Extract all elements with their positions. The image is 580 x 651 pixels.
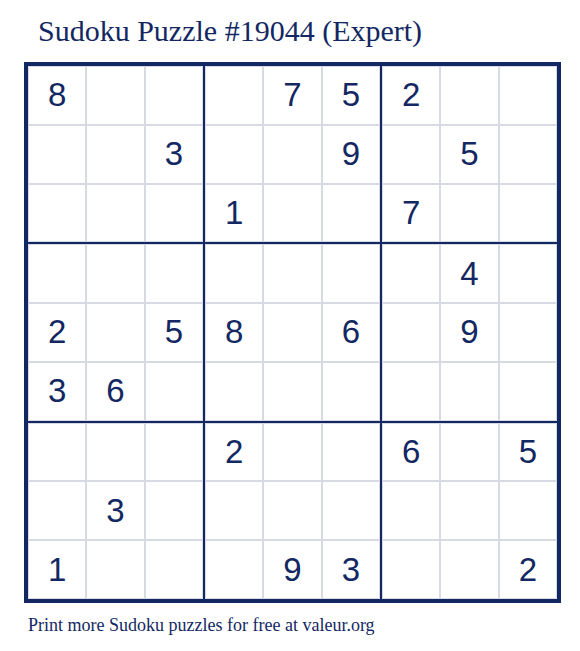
cell-r2c9[interactable]: [499, 125, 557, 184]
cell-r6c1[interactable]: 3: [28, 362, 86, 421]
cell-r2c4[interactable]: [205, 125, 263, 184]
page: Sudoku Puzzle #19044 (Expert) 8375912572…: [0, 0, 580, 651]
cell-r5c4[interactable]: 8: [205, 303, 263, 362]
cell-r3c2[interactable]: [86, 184, 144, 243]
cell-r7c5[interactable]: [263, 423, 321, 482]
cell-r4c5[interactable]: [263, 244, 321, 303]
cell-r6c3[interactable]: [145, 362, 203, 421]
cell-r8c4[interactable]: [205, 481, 263, 540]
cell-r9c2[interactable]: [86, 540, 144, 599]
box-3-3: 652: [381, 422, 558, 600]
cell-r3c7[interactable]: 7: [382, 184, 440, 243]
cell-r8c7[interactable]: [382, 481, 440, 540]
cell-r7c1[interactable]: [28, 423, 86, 482]
box-3-2: 293: [204, 422, 381, 600]
cell-r8c9[interactable]: [499, 481, 557, 540]
cell-r1c9[interactable]: [499, 66, 557, 125]
cell-r1c3[interactable]: [145, 66, 203, 125]
cell-r4c9[interactable]: [499, 244, 557, 303]
cell-r9c6[interactable]: 3: [322, 540, 380, 599]
cell-r2c2[interactable]: [86, 125, 144, 184]
cell-r3c8[interactable]: [440, 184, 498, 243]
cell-r5c9[interactable]: [499, 303, 557, 362]
cell-r4c4[interactable]: [205, 244, 263, 303]
cell-r4c8[interactable]: 4: [440, 244, 498, 303]
cell-r5c5[interactable]: [263, 303, 321, 362]
cell-r8c8[interactable]: [440, 481, 498, 540]
cell-r9c8[interactable]: [440, 540, 498, 599]
cell-r6c9[interactable]: [499, 362, 557, 421]
cell-r8c2[interactable]: 3: [86, 481, 144, 540]
cell-r1c5[interactable]: 7: [263, 66, 321, 125]
cell-r7c2[interactable]: [86, 423, 144, 482]
cell-r3c9[interactable]: [499, 184, 557, 243]
cell-r9c3[interactable]: [145, 540, 203, 599]
cell-r2c8[interactable]: 5: [440, 125, 498, 184]
cell-r4c3[interactable]: [145, 244, 203, 303]
cell-r9c4[interactable]: [205, 540, 263, 599]
cell-r9c5[interactable]: 9: [263, 540, 321, 599]
cell-r4c1[interactable]: [28, 244, 86, 303]
cell-r1c7[interactable]: 2: [382, 66, 440, 125]
box-2-1: 2536: [27, 243, 204, 421]
cell-r3c3[interactable]: [145, 184, 203, 243]
cell-r8c5[interactable]: [263, 481, 321, 540]
cell-r6c7[interactable]: [382, 362, 440, 421]
page-title: Sudoku Puzzle #19044 (Expert): [38, 14, 422, 48]
cell-r2c6[interactable]: 9: [322, 125, 380, 184]
cell-r1c4[interactable]: [205, 66, 263, 125]
cell-r4c7[interactable]: [382, 244, 440, 303]
cell-r7c8[interactable]: [440, 423, 498, 482]
box-1-3: 257: [381, 65, 558, 243]
cell-r7c7[interactable]: 6: [382, 423, 440, 482]
cell-r7c4[interactable]: 2: [205, 423, 263, 482]
cell-r6c8[interactable]: [440, 362, 498, 421]
box-2-3: 49: [381, 243, 558, 421]
cell-r5c3[interactable]: 5: [145, 303, 203, 362]
cell-r8c3[interactable]: [145, 481, 203, 540]
box-1-2: 7591: [204, 65, 381, 243]
cell-r6c6[interactable]: [322, 362, 380, 421]
cell-r6c5[interactable]: [263, 362, 321, 421]
box-3-1: 31: [27, 422, 204, 600]
cell-r7c6[interactable]: [322, 423, 380, 482]
cell-r7c3[interactable]: [145, 423, 203, 482]
cell-r8c1[interactable]: [28, 481, 86, 540]
cell-r5c1[interactable]: 2: [28, 303, 86, 362]
cell-r9c1[interactable]: 1: [28, 540, 86, 599]
cell-r6c4[interactable]: [205, 362, 263, 421]
cell-r5c6[interactable]: 6: [322, 303, 380, 362]
cell-r6c2[interactable]: 6: [86, 362, 144, 421]
cell-r9c9[interactable]: 2: [499, 540, 557, 599]
cell-r4c6[interactable]: [322, 244, 380, 303]
cell-r7c9[interactable]: 5: [499, 423, 557, 482]
cell-r3c6[interactable]: [322, 184, 380, 243]
cell-r2c3[interactable]: 3: [145, 125, 203, 184]
box-2-2: 86: [204, 243, 381, 421]
cell-r2c7[interactable]: [382, 125, 440, 184]
cell-r5c7[interactable]: [382, 303, 440, 362]
cell-r8c6[interactable]: [322, 481, 380, 540]
cell-r2c5[interactable]: [263, 125, 321, 184]
box-1-1: 83: [27, 65, 204, 243]
sudoku-grid: 8375912572536864931293652: [24, 62, 561, 603]
footer-text: Print more Sudoku puzzles for free at va…: [28, 614, 375, 636]
cell-r3c1[interactable]: [28, 184, 86, 243]
cell-r3c5[interactable]: [263, 184, 321, 243]
cell-r1c6[interactable]: 5: [322, 66, 380, 125]
cell-r2c1[interactable]: [28, 125, 86, 184]
cell-r1c2[interactable]: [86, 66, 144, 125]
cell-r1c1[interactable]: 8: [28, 66, 86, 125]
cell-r5c2[interactable]: [86, 303, 144, 362]
cell-r4c2[interactable]: [86, 244, 144, 303]
cell-r5c8[interactable]: 9: [440, 303, 498, 362]
cell-r9c7[interactable]: [382, 540, 440, 599]
cell-r3c4[interactable]: 1: [205, 184, 263, 243]
cell-r1c8[interactable]: [440, 66, 498, 125]
